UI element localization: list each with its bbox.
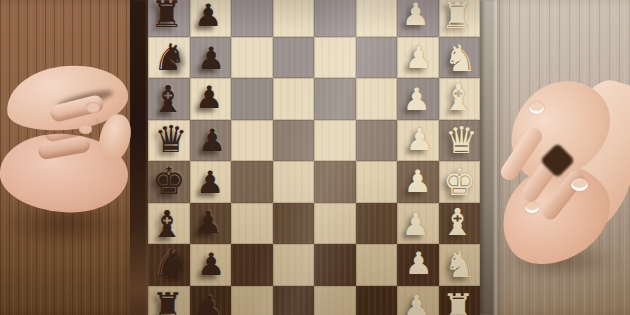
- square-r4c7[interactable]: ♟: [397, 120, 439, 162]
- square-r6c1[interactable]: ♝: [148, 203, 190, 245]
- square-r1c2[interactable]: ♟: [190, 0, 232, 37]
- piece-white-pawn[interactable]: ♟: [402, 0, 430, 30]
- piece-black-pawn[interactable]: ♟: [197, 43, 225, 74]
- square-r4c3[interactable]: [231, 120, 273, 162]
- piece-white-bishop[interactable]: ♝: [442, 79, 475, 116]
- right-fingernail: [525, 202, 539, 213]
- piece-black-pawn[interactable]: ♟: [194, 0, 222, 31]
- square-r3c4[interactable]: [273, 78, 315, 120]
- square-r7c2[interactable]: ♟: [190, 244, 232, 286]
- square-r8c4[interactable]: [273, 286, 315, 315]
- piece-black-king[interactable]: ♚: [152, 163, 185, 200]
- square-r6c6[interactable]: [356, 203, 398, 245]
- square-r2c1[interactable]: ♞: [148, 37, 190, 79]
- piece-white-knight[interactable]: ♞: [444, 246, 477, 283]
- square-r4c1[interactable]: ♛: [148, 120, 190, 162]
- square-r4c6[interactable]: [356, 120, 398, 162]
- piece-white-knight[interactable]: ♞: [444, 40, 477, 77]
- square-r3c1[interactable]: ♝: [148, 78, 190, 120]
- square-r5c6[interactable]: [356, 161, 398, 203]
- square-r5c4[interactable]: [273, 161, 315, 203]
- square-r2c4[interactable]: [273, 37, 315, 79]
- square-r4c5[interactable]: [314, 120, 356, 162]
- square-r8c6[interactable]: [356, 286, 398, 315]
- square-r3c7[interactable]: ♟: [397, 78, 439, 120]
- square-r2c7[interactable]: ♟: [397, 37, 439, 79]
- square-r1c1[interactable]: ♜: [148, 0, 190, 37]
- piece-white-pawn[interactable]: ♟: [404, 166, 432, 197]
- chess-scene: ♜♟♟♜♞♟♟♞♝♟♟♝♛♟♟♛♚♟♟♚♝♟♟♝♞♟♟♞♜♟♟♜: [0, 0, 630, 315]
- square-r2c5[interactable]: [314, 37, 356, 79]
- square-r8c1[interactable]: ♜: [148, 286, 190, 315]
- piece-black-pawn[interactable]: ♟: [198, 125, 226, 156]
- square-r6c8[interactable]: ♝: [439, 203, 481, 245]
- square-r6c4[interactable]: [273, 203, 315, 245]
- piece-black-rook[interactable]: ♜: [150, 0, 183, 33]
- right-fingernail: [529, 102, 544, 114]
- square-r1c8[interactable]: ♜: [439, 0, 481, 37]
- square-r6c7[interactable]: ♟: [397, 203, 439, 245]
- piece-white-pawn[interactable]: ♟: [402, 209, 430, 240]
- square-r2c8[interactable]: ♞: [439, 37, 481, 79]
- square-r8c7[interactable]: ♟: [397, 286, 439, 315]
- square-r2c3[interactable]: [231, 37, 273, 79]
- square-r6c2[interactable]: ♟: [190, 203, 232, 245]
- piece-black-pawn[interactable]: ♟: [195, 292, 223, 315]
- chess-board[interactable]: ♜♟♟♜♞♟♟♞♝♟♟♝♛♟♟♛♚♟♟♚♝♟♟♝♞♟♟♞♜♟♟♜: [148, 0, 480, 315]
- square-r7c1[interactable]: ♞: [148, 244, 190, 286]
- square-r3c3[interactable]: [231, 78, 273, 120]
- square-r5c2[interactable]: ♟: [190, 161, 232, 203]
- square-r7c6[interactable]: [356, 244, 398, 286]
- right-fingernail: [571, 178, 588, 191]
- piece-white-rook[interactable]: ♜: [441, 0, 474, 34]
- square-r1c7[interactable]: ♟: [397, 0, 439, 37]
- square-r3c6[interactable]: [356, 78, 398, 120]
- square-r5c3[interactable]: [231, 161, 273, 203]
- square-r8c3[interactable]: [231, 286, 273, 315]
- square-r7c8[interactable]: ♞: [439, 244, 481, 286]
- square-r3c2[interactable]: ♟: [190, 78, 232, 120]
- square-r8c5[interactable]: [314, 286, 356, 315]
- piece-white-pawn[interactable]: ♟: [405, 248, 433, 279]
- left-player-hands: [0, 58, 142, 218]
- piece-white-queen[interactable]: ♛: [445, 122, 478, 159]
- piece-white-pawn[interactable]: ♟: [403, 84, 431, 115]
- right-player-hands: [497, 72, 630, 272]
- piece-black-knight[interactable]: ♞: [153, 39, 186, 76]
- board-frame-right: [480, 0, 497, 315]
- piece-black-pawn[interactable]: ♟: [196, 167, 224, 198]
- square-r7c4[interactable]: [273, 244, 315, 286]
- square-r5c8[interactable]: ♚: [439, 161, 481, 203]
- square-r1c5[interactable]: [314, 0, 356, 37]
- square-r1c4[interactable]: [273, 0, 315, 37]
- piece-black-pawn[interactable]: ♟: [197, 249, 225, 280]
- square-r2c2[interactable]: ♟: [190, 37, 232, 79]
- square-r4c8[interactable]: ♛: [439, 120, 481, 162]
- square-r8c8[interactable]: ♜: [439, 286, 481, 315]
- square-r5c1[interactable]: ♚: [148, 161, 190, 203]
- square-r6c5[interactable]: [314, 203, 356, 245]
- piece-black-pawn[interactable]: ♟: [195, 82, 223, 113]
- piece-white-king[interactable]: ♚: [443, 164, 476, 201]
- square-r1c6[interactable]: [356, 0, 398, 37]
- square-r6c3[interactable]: [231, 203, 273, 245]
- left-fingernail: [79, 124, 92, 134]
- piece-black-knight[interactable]: ♞: [153, 245, 186, 282]
- piece-white-pawn[interactable]: ♟: [403, 291, 431, 315]
- piece-black-bishop[interactable]: ♝: [150, 206, 183, 243]
- square-r7c7[interactable]: ♟: [397, 244, 439, 286]
- piece-black-queen[interactable]: ♛: [154, 121, 187, 158]
- piece-white-pawn[interactable]: ♟: [406, 124, 434, 155]
- square-r3c5[interactable]: [314, 78, 356, 120]
- square-r7c5[interactable]: [314, 244, 356, 286]
- square-r4c4[interactable]: [273, 120, 315, 162]
- square-r8c2[interactable]: ♟: [190, 286, 232, 315]
- square-r4c2[interactable]: ♟: [190, 120, 232, 162]
- left-fingernail: [86, 102, 100, 113]
- piece-black-rook[interactable]: ♜: [151, 288, 184, 315]
- piece-black-pawn[interactable]: ♟: [194, 207, 222, 238]
- piece-white-rook[interactable]: ♜: [442, 289, 475, 315]
- square-r1c3[interactable]: [231, 0, 273, 37]
- square-r7c3[interactable]: [231, 244, 273, 286]
- piece-black-bishop[interactable]: ♝: [151, 81, 184, 118]
- piece-white-pawn[interactable]: ♟: [405, 42, 433, 73]
- square-r3c8[interactable]: ♝: [439, 78, 481, 120]
- square-r2c6[interactable]: [356, 37, 398, 79]
- square-r5c5[interactable]: [314, 161, 356, 203]
- piece-white-bishop[interactable]: ♝: [441, 204, 474, 241]
- square-r5c7[interactable]: ♟: [397, 161, 439, 203]
